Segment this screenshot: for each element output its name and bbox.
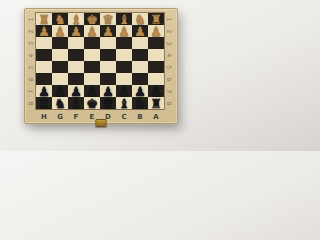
chess-board: 12345678 ♜♞♝♚♛♝♞♜♟♟♟♟♟♟♟♟♟♟♟♟♟♟♟♟♜♞♝♚♛♝♞… [24,8,178,124]
square-f8[interactable]: ♝ [68,97,84,109]
piece-wP: ♟ [70,26,82,37]
square-d2[interactable]: ♟ [100,25,116,37]
rank-label-text: 2 [166,29,173,33]
file-label-c: C [116,110,132,123]
rank-label-text: 7 [166,89,173,93]
rank-label-text: 5 [27,65,34,69]
piece-bK: ♚ [86,98,98,109]
square-c6[interactable] [116,73,132,85]
rank-label-right-7: 7 [164,85,175,97]
piece-wP: ♟ [102,26,114,37]
rank-label-right-3: 3 [164,37,175,49]
piece-wP: ♟ [54,26,66,37]
piece-bP: ♟ [118,86,130,97]
rank-label-text: 3 [166,41,173,45]
rank-label-text: 8 [166,101,173,105]
square-c3[interactable] [116,37,132,49]
square-a2[interactable]: ♟ [148,25,164,37]
file-label-f: F [68,110,84,123]
piece-wN: ♞ [54,14,66,25]
piece-bP: ♟ [134,86,146,97]
piece-bN: ♞ [54,98,66,109]
piece-wP: ♟ [134,26,146,37]
rank-label-right-8: 8 [164,97,175,109]
piece-wP: ♟ [38,26,50,37]
file-label-text: H [41,113,47,121]
piece-wK: ♚ [86,14,98,25]
piece-bN: ♞ [134,98,146,109]
square-e2[interactable]: ♟ [84,25,100,37]
rank-label-text: 4 [27,53,34,57]
square-h6[interactable] [36,73,52,85]
square-d8[interactable]: ♛ [100,97,116,109]
square-b5[interactable] [132,61,148,73]
square-h8[interactable]: ♜ [36,97,52,109]
rank-label-left-6: 6 [25,73,36,85]
square-c5[interactable] [116,61,132,73]
square-b1[interactable]: ♞ [132,13,148,25]
square-a5[interactable] [148,61,164,73]
product-photo-scene: 12345678 ♜♞♝♚♛♝♞♜♟♟♟♟♟♟♟♟♟♟♟♟♟♟♟♟♜♞♝♚♛♝♞… [0,0,200,151]
square-g1[interactable]: ♞ [52,13,68,25]
square-d4[interactable] [100,49,116,61]
square-b4[interactable] [132,49,148,61]
rank-label-text: 3 [27,41,34,45]
square-c8[interactable]: ♝ [116,97,132,109]
square-e4[interactable] [84,49,100,61]
file-label-text: C [121,113,126,121]
piece-bB: ♝ [70,98,82,109]
rank-label-text: 6 [27,77,34,81]
piece-wP: ♟ [118,26,130,37]
square-d1[interactable]: ♛ [100,13,116,25]
square-b3[interactable] [132,37,148,49]
square-e6[interactable] [84,73,100,85]
square-h4[interactable] [36,49,52,61]
piece-wQ: ♛ [102,14,114,25]
rank-label-text: 1 [166,17,173,21]
square-b6[interactable] [132,73,148,85]
brass-clasp-icon [96,119,107,127]
square-g8[interactable]: ♞ [52,97,68,109]
piece-bP: ♟ [38,86,50,97]
rank-label-right-5: 5 [164,61,175,73]
square-a4[interactable] [148,49,164,61]
square-a3[interactable] [148,37,164,49]
piece-bB: ♝ [118,98,130,109]
piece-bQ: ♛ [102,98,114,109]
square-g5[interactable] [52,61,68,73]
square-f7[interactable]: ♟ [68,85,84,97]
square-c2[interactable]: ♟ [116,25,132,37]
piece-bP: ♟ [70,86,82,97]
piece-wP: ♟ [86,26,98,37]
rank-label-left-2: 2 [25,25,36,37]
piece-bR: ♜ [38,98,50,109]
piece-wB: ♝ [70,14,82,25]
rank-label-left-8: 8 [25,97,36,109]
piece-bP: ♟ [102,86,114,97]
board-grid: ♜♞♝♚♛♝♞♜♟♟♟♟♟♟♟♟♟♟♟♟♟♟♟♟♜♞♝♚♛♝♞♜ [36,13,164,109]
square-e7[interactable]: ♟ [84,85,100,97]
file-label-h: H [36,110,52,123]
square-d5[interactable] [100,61,116,73]
square-e5[interactable] [84,61,100,73]
file-label-text: G [57,113,63,121]
square-g3[interactable] [52,37,68,49]
file-label-text: B [137,113,142,121]
square-c1[interactable]: ♝ [116,13,132,25]
rank-label-left-4: 4 [25,49,36,61]
rank-label-text: 5 [166,65,173,69]
rank-labels-right: 12345678 [164,13,175,109]
file-label-g: G [52,110,68,123]
rank-label-text: 8 [27,101,34,105]
square-h2[interactable]: ♟ [36,25,52,37]
rank-label-right-6: 6 [164,73,175,85]
rank-label-right-1: 1 [164,13,175,25]
square-f2[interactable]: ♟ [68,25,84,37]
square-a8[interactable]: ♜ [148,97,164,109]
square-d3[interactable] [100,37,116,49]
piece-wP: ♟ [150,26,162,37]
rank-label-left-5: 5 [25,61,36,73]
rank-label-text: 7 [27,89,34,93]
square-h1[interactable]: ♜ [36,13,52,25]
square-d6[interactable] [100,73,116,85]
file-label-a: A [148,110,164,123]
square-e1[interactable]: ♚ [84,13,100,25]
file-label-text: A [153,113,158,121]
square-h7[interactable]: ♟ [36,85,52,97]
rank-label-text: 1 [27,17,34,21]
square-c7[interactable]: ♟ [116,85,132,97]
rank-label-text: 6 [166,77,173,81]
square-g7[interactable]: ♟ [52,85,68,97]
square-g4[interactable] [52,49,68,61]
rank-labels-left: 12345678 [25,13,36,109]
square-c4[interactable] [116,49,132,61]
piece-wR: ♜ [38,14,50,25]
square-f5[interactable] [68,61,84,73]
rank-label-right-4: 4 [164,49,175,61]
square-g2[interactable]: ♟ [52,25,68,37]
rank-label-left-1: 1 [25,13,36,25]
square-b7[interactable]: ♟ [132,85,148,97]
piece-wN: ♞ [134,14,146,25]
square-a6[interactable] [148,73,164,85]
square-h3[interactable] [36,37,52,49]
square-b8[interactable]: ♞ [132,97,148,109]
piece-bP: ♟ [150,86,162,97]
rank-label-right-2: 2 [164,25,175,37]
square-f6[interactable] [68,73,84,85]
square-f1[interactable]: ♝ [68,13,84,25]
square-e8[interactable]: ♚ [84,97,100,109]
square-h5[interactable] [36,61,52,73]
square-a7[interactable]: ♟ [148,85,164,97]
rank-label-text: 4 [166,53,173,57]
file-label-b: B [132,110,148,123]
square-g6[interactable] [52,73,68,85]
square-b2[interactable]: ♟ [132,25,148,37]
piece-wR: ♜ [150,14,162,25]
square-f3[interactable] [68,37,84,49]
file-label-text: E [90,113,95,121]
rank-label-left-3: 3 [25,37,36,49]
piece-wB: ♝ [118,14,130,25]
rank-label-left-7: 7 [25,85,36,97]
piece-bP: ♟ [86,86,98,97]
piece-bR: ♜ [150,98,162,109]
square-a1[interactable]: ♜ [148,13,164,25]
square-f4[interactable] [68,49,84,61]
square-d7[interactable]: ♟ [100,85,116,97]
piece-bP: ♟ [54,86,66,97]
square-e3[interactable] [84,37,100,49]
rank-label-text: 2 [27,29,34,33]
file-label-text: F [74,113,79,121]
